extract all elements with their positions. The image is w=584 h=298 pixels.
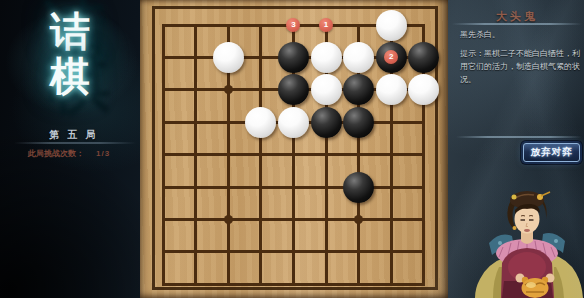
black-stone [343, 74, 374, 105]
white-stone [376, 10, 407, 41]
white-stone [311, 42, 342, 73]
go-board[interactable]: 123 [140, 0, 448, 298]
white-stone [245, 107, 276, 138]
black-stone [278, 74, 309, 105]
board-grid[interactable]: 123 [163, 25, 424, 285]
gold-tiger-ornament [522, 278, 549, 298]
npc-portrait [470, 185, 584, 298]
black-stone [343, 172, 374, 203]
title-divider [452, 23, 582, 25]
move-number-marker: 1 [319, 18, 333, 32]
earring [513, 226, 517, 230]
white-stone [311, 74, 342, 105]
grid-line-h [162, 283, 426, 286]
move-number-marker: 3 [286, 18, 300, 32]
bottom-divider [456, 136, 582, 138]
white-stone [278, 107, 309, 138]
yellow-hair-flower [512, 195, 517, 200]
attempts-row: 此局挑战次数：1/3 [28, 148, 148, 159]
white-stone [343, 42, 374, 73]
logo-char-top: 诘 [0, 8, 140, 53]
logo-calligraphy: 诘 棋 [0, 8, 140, 98]
white-stone [376, 74, 407, 105]
black-stone [408, 42, 439, 73]
hoshi-point [224, 85, 233, 94]
attempts-label: 此局挑战次数： [28, 149, 84, 158]
hoshi-point [224, 215, 233, 224]
puzzle-objective: 黑先杀白。 [460, 29, 582, 40]
left-divider [14, 142, 136, 144]
puzzle-mode-logo: 诘 棋 诘 棋 [0, 2, 140, 122]
black-stone [278, 42, 309, 73]
grid-line-h [162, 153, 426, 156]
grid-line-h [162, 218, 426, 221]
black-stone [311, 107, 342, 138]
right-panel: 大头鬼 黑先杀白。 提示：黑棋二子不能白白牺牲，利用它们的活力，制造白棋气紧的状… [447, 0, 584, 298]
lips [524, 229, 530, 232]
logo-char-bottom: 棋 [0, 53, 140, 98]
screen: 诘 棋 诘 棋 第五局 此局挑战次数：1/3 123 大头鬼 黑先杀白。 提示：… [0, 0, 584, 298]
black-stone [343, 107, 374, 138]
hoshi-point [354, 215, 363, 224]
grid-line-h [162, 250, 426, 253]
white-stone [213, 42, 244, 73]
round-label: 第五局 [0, 128, 145, 142]
grid-line-h [162, 186, 426, 189]
puzzle-hint: 提示：黑棋二子不能白白牺牲，利用它们的活力，制造白棋气紧的状况。 [460, 47, 584, 86]
puzzle-title: 大头鬼 [447, 9, 584, 24]
left-panel: 诘 棋 诘 棋 第五局 此局挑战次数：1/3 [0, 0, 140, 298]
give-up-button[interactable]: 放弃对弈 [523, 143, 580, 162]
attempts-value: 1/3 [96, 149, 110, 158]
